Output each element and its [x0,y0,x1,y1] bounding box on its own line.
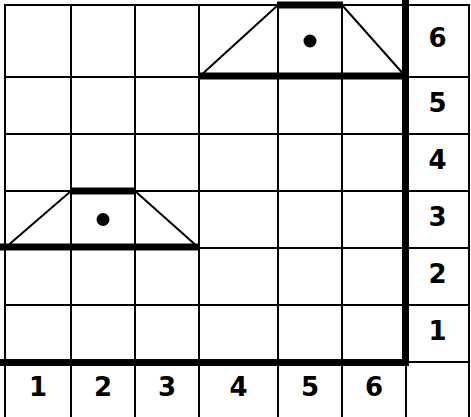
cell-c2-r6 [72,6,134,76]
x-axis-label-4: 4 [200,363,277,417]
cell-c2-r5 [72,78,134,133]
cell-c4-r5 [200,78,277,133]
cell-c4-r2 [200,249,277,304]
cell-c1-r2 [6,249,70,304]
cell-c4-r4 [200,135,277,190]
cell-c4-r3 [200,192,277,247]
cell-c5-r5 [279,78,341,133]
cell-c6-r3 [343,192,405,247]
cell-c1-r3 [6,192,70,247]
y-axis-label-6: 6 [407,6,468,76]
y-axis-label-2: 2 [407,249,468,304]
cell-c2-r4 [72,135,134,190]
cell-c5-r1 [279,306,341,361]
x-axis-label-5: 5 [279,363,341,417]
cell-c6-r5 [343,78,405,133]
cell-c3-r5 [136,78,198,133]
cell-c3-r6 [136,6,198,76]
cell-c2-r2 [72,249,134,304]
x-axis-line [0,359,409,366]
x-axis-label-3: 3 [136,363,198,417]
cell-c3-r4 [136,135,198,190]
cell-c1-r6 [6,6,70,76]
cell-c6-r2 [343,249,405,304]
cell-c6-r6 [343,6,405,76]
y-axis-line [402,0,409,366]
cell-c5-r3 [279,192,341,247]
y-axis-label-1: 1 [407,306,468,361]
cell-c5-r2 [279,249,341,304]
cell-c5-r4 [279,135,341,190]
corner-cell [407,363,468,417]
y-axis-label-3: 3 [407,192,468,247]
cell-c3-r2 [136,249,198,304]
x-axis-label-2: 2 [72,363,134,417]
cell-c3-r3 [136,192,198,247]
cell-c1-r5 [6,78,70,133]
board: 654321123456 [0,0,471,417]
x-axis-label-6: 6 [343,363,405,417]
cell-c4-r6 [200,6,277,76]
x-axis-label-1: 1 [6,363,70,417]
cell-c1-r1 [6,306,70,361]
y-axis-label-4: 4 [407,135,468,190]
cell-c1-r4 [6,135,70,190]
cell-c6-r4 [343,135,405,190]
cell-c3-r1 [136,306,198,361]
board-grid: 654321123456 [4,4,470,417]
y-axis-label-5: 5 [407,78,468,133]
cell-c5-r6 [279,6,341,76]
cell-c2-r3 [72,192,134,247]
cell-c6-r1 [343,306,405,361]
cell-c2-r1 [72,306,134,361]
cell-c4-r1 [200,306,277,361]
